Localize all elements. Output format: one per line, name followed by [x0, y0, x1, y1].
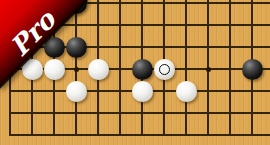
- white-stone: [132, 81, 153, 102]
- white-stone: [88, 59, 109, 80]
- star-point: [74, 67, 79, 72]
- white-stone: [66, 81, 87, 102]
- white-stone: [176, 81, 197, 102]
- star-point: [206, 67, 211, 72]
- last-move-circle-marker: [159, 64, 170, 75]
- white-stone: [44, 59, 65, 80]
- black-stone: [132, 59, 153, 80]
- black-stone: [66, 37, 87, 58]
- go-board[interactable]: Pro: [0, 0, 270, 145]
- white-stone: [154, 59, 175, 80]
- grid-line-horizontal: [9, 112, 270, 114]
- black-stone: [242, 59, 263, 80]
- grid-line-horizontal: [9, 134, 270, 136]
